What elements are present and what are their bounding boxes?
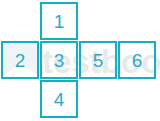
empty-cell [1,2,39,40]
cube-net-diagram: testbook 1 2 3 5 6 4 [0,0,160,121]
cube-net-board: 1 2 3 5 6 4 [1,2,156,118]
empty-cell [118,80,156,118]
cube-face-4: 4 [40,80,78,118]
cube-face-3: 3 [40,41,78,79]
cube-face-6: 6 [118,41,156,79]
empty-cell [118,2,156,40]
cube-face-2: 2 [1,41,39,79]
empty-cell [79,80,117,118]
cube-face-5: 5 [79,41,117,79]
cube-face-1: 1 [40,2,78,40]
empty-cell [1,80,39,118]
empty-cell [79,2,117,40]
